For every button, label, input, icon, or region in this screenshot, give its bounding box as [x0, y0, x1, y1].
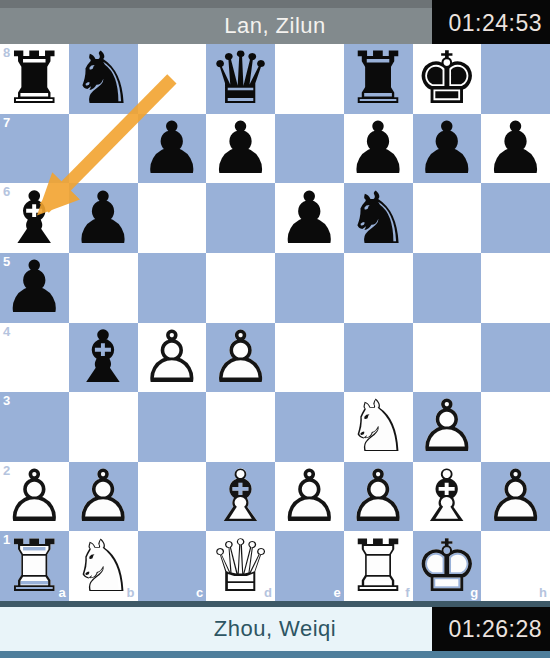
square-a4[interactable]: 4	[0, 323, 69, 393]
square-f4[interactable]	[344, 323, 413, 393]
piece-black-K-g8: ♚	[413, 44, 482, 114]
square-f2[interactable]: ♟♙	[344, 462, 413, 532]
piece-black-P-b6: ♟	[69, 183, 138, 253]
file-label-f: f	[405, 586, 409, 599]
piece-black-Q-d8: ♛	[206, 44, 275, 114]
square-f1[interactable]: f♜♖	[344, 531, 413, 601]
piece-black-N-f6: ♞	[344, 183, 413, 253]
square-g1[interactable]: g♚♔	[413, 531, 482, 601]
piece-black-B-a6: ♝	[0, 183, 69, 253]
square-e3[interactable]	[275, 392, 344, 462]
square-a2[interactable]: 2♟♙	[0, 462, 69, 532]
square-f6[interactable]: ♞	[344, 183, 413, 253]
square-b7[interactable]	[69, 114, 138, 184]
square-a5[interactable]: 5♟	[0, 253, 69, 323]
square-e4[interactable]	[275, 323, 344, 393]
square-c3[interactable]	[138, 392, 207, 462]
square-h5[interactable]	[481, 253, 550, 323]
piece-black-R-a8: ♜	[0, 44, 69, 114]
square-f8[interactable]: ♜	[344, 44, 413, 114]
square-a8[interactable]: 8♜	[0, 44, 69, 114]
piece-white-R-f1-outline: ♖	[344, 531, 413, 601]
chess-board: 8♜♞♛♜♚7♟♟♟♟♟6♝♟♟♞5♟4♝♟♙♟♙3♞♘♟♙2♟♙♟♙♝♗♟♙♟…	[0, 44, 550, 601]
rank-label-7: 7	[3, 116, 10, 129]
file-label-g: g	[470, 586, 478, 599]
square-e8[interactable]	[275, 44, 344, 114]
square-h8[interactable]	[481, 44, 550, 114]
square-e7[interactable]	[275, 114, 344, 184]
top-clock-time: 01:24:53	[448, 10, 542, 37]
piece-black-N-b8: ♞	[69, 44, 138, 114]
piece-white-P-h2-outline: ♙	[481, 462, 550, 532]
piece-black-P-h7: ♟	[481, 114, 550, 184]
file-label-c: c	[196, 586, 203, 599]
square-e6[interactable]: ♟	[275, 183, 344, 253]
top-player-clock: 01:24:53	[432, 0, 550, 46]
square-f3[interactable]: ♞♘	[344, 392, 413, 462]
file-label-e: e	[334, 586, 341, 599]
rank-label-3: 3	[3, 394, 10, 407]
piece-white-N-f3-outline: ♘	[344, 392, 413, 462]
rank-label-6: 6	[3, 185, 10, 198]
piece-black-P-e6: ♟	[275, 183, 344, 253]
square-b4[interactable]: ♝	[69, 323, 138, 393]
square-h1[interactable]: h	[481, 531, 550, 601]
piece-white-P-b2-outline: ♙	[69, 462, 138, 532]
square-h7[interactable]: ♟	[481, 114, 550, 184]
piece-black-P-f7: ♟	[344, 114, 413, 184]
square-h3[interactable]	[481, 392, 550, 462]
file-label-d: d	[264, 586, 272, 599]
square-e2[interactable]: ♟♙	[275, 462, 344, 532]
square-g8[interactable]: ♚	[413, 44, 482, 114]
piece-black-B-b4: ♝	[69, 323, 138, 393]
square-h6[interactable]	[481, 183, 550, 253]
square-g2[interactable]: ♝♗	[413, 462, 482, 532]
square-c2[interactable]	[138, 462, 207, 532]
square-c1[interactable]: c	[138, 531, 207, 601]
square-e5[interactable]	[275, 253, 344, 323]
square-d1[interactable]: d♛♕	[206, 531, 275, 601]
piece-black-P-a5: ♟	[0, 253, 69, 323]
square-b8[interactable]: ♞	[69, 44, 138, 114]
square-a6[interactable]: 6♝	[0, 183, 69, 253]
window-bottom-strip	[0, 651, 550, 658]
square-d2[interactable]: ♝♗	[206, 462, 275, 532]
piece-black-P-g7: ♟	[413, 114, 482, 184]
square-g6[interactable]	[413, 183, 482, 253]
rank-label-8: 8	[3, 46, 10, 59]
square-c7[interactable]: ♟	[138, 114, 207, 184]
square-g5[interactable]	[413, 253, 482, 323]
square-d8[interactable]: ♛	[206, 44, 275, 114]
square-g4[interactable]	[413, 323, 482, 393]
square-d5[interactable]	[206, 253, 275, 323]
piece-white-P-a2-outline: ♙	[0, 462, 69, 532]
rank-label-4: 4	[3, 325, 10, 338]
square-f7[interactable]: ♟	[344, 114, 413, 184]
square-b5[interactable]	[69, 253, 138, 323]
square-b2[interactable]: ♟♙	[69, 462, 138, 532]
square-d4[interactable]: ♟♙	[206, 323, 275, 393]
square-a7[interactable]: 7	[0, 114, 69, 184]
piece-white-B-d2-outline: ♗	[206, 462, 275, 532]
piece-black-R-f8: ♜	[344, 44, 413, 114]
file-label-b: b	[127, 586, 135, 599]
square-c8[interactable]	[138, 44, 207, 114]
piece-white-P-g3-outline: ♙	[413, 392, 482, 462]
square-d6[interactable]	[206, 183, 275, 253]
square-b6[interactable]: ♟	[69, 183, 138, 253]
square-h2[interactable]: ♟♙	[481, 462, 550, 532]
file-label-h: h	[539, 586, 547, 599]
square-b3[interactable]	[69, 392, 138, 462]
square-e1[interactable]: e	[275, 531, 344, 601]
rank-label-1: 1	[3, 533, 10, 546]
square-a1[interactable]: 1a♜♖	[0, 531, 69, 601]
square-d3[interactable]	[206, 392, 275, 462]
rank-label-5: 5	[3, 255, 10, 268]
file-label-a: a	[59, 586, 66, 599]
square-g7[interactable]: ♟	[413, 114, 482, 184]
square-g3[interactable]: ♟♙	[413, 392, 482, 462]
piece-white-B-g2-outline: ♗	[413, 462, 482, 532]
square-f5[interactable]	[344, 253, 413, 323]
square-c4[interactable]: ♟♙	[138, 323, 207, 393]
square-c6[interactable]	[138, 183, 207, 253]
bottom-clock-time: 01:26:28	[448, 616, 542, 643]
square-h4[interactable]	[481, 323, 550, 393]
piece-white-P-c4-outline: ♙	[138, 323, 207, 393]
bottom-player-clock: 01:26:28	[432, 607, 550, 652]
square-d7[interactable]: ♟	[206, 114, 275, 184]
piece-black-P-d7: ♟	[206, 114, 275, 184]
square-a3[interactable]: 3	[0, 392, 69, 462]
piece-black-P-c7: ♟	[138, 114, 207, 184]
square-b1[interactable]: b♞♘	[69, 531, 138, 601]
rank-label-2: 2	[3, 464, 10, 477]
square-c5[interactable]	[138, 253, 207, 323]
piece-white-P-d4-outline: ♙	[206, 323, 275, 393]
piece-white-P-f2-outline: ♙	[344, 462, 413, 532]
piece-white-P-e2-outline: ♙	[275, 462, 344, 532]
